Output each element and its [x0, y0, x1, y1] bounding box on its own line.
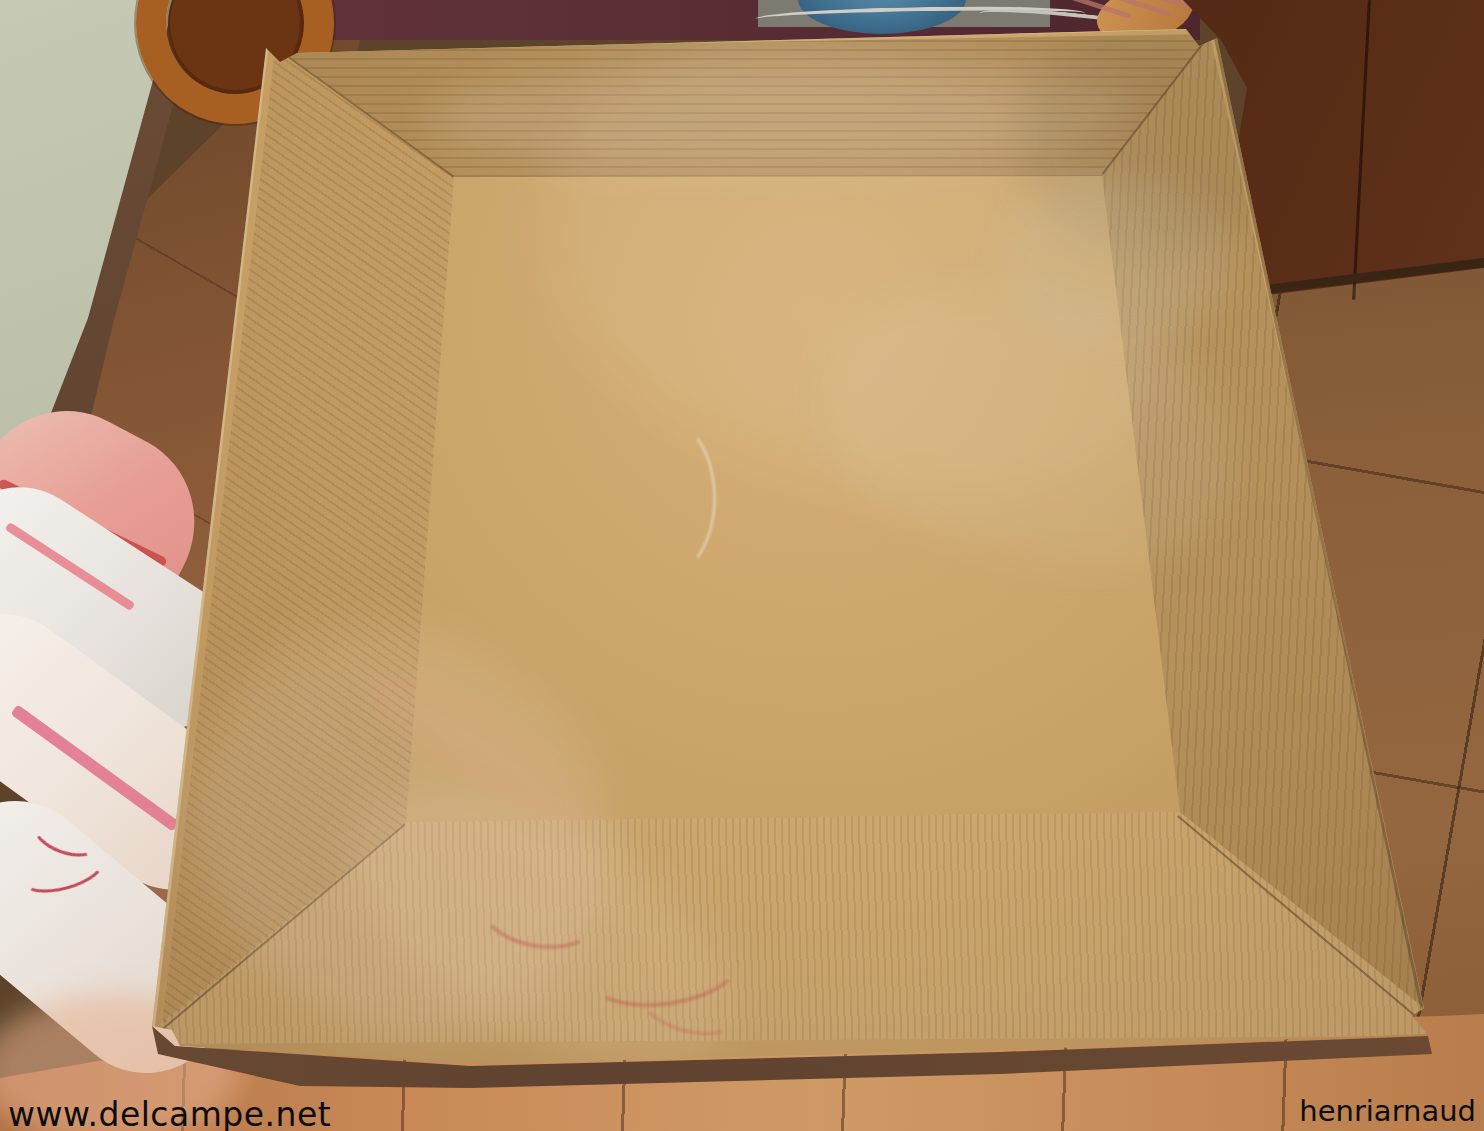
watermark-delcampe: www.delcampe.net	[8, 1095, 331, 1131]
glass-scratch	[620, 420, 716, 576]
photo-scene: www.delcampe.net henriarnaud	[0, 0, 1484, 1131]
glass-reflection	[1000, 180, 1230, 340]
watermark-seller: henriarnaud	[1299, 1094, 1476, 1128]
